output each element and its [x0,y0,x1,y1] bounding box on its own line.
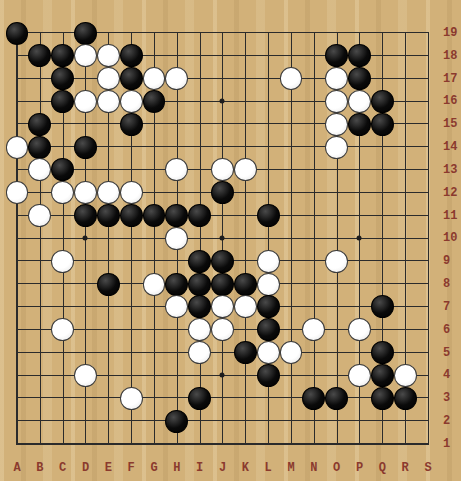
point-S15[interactable] [417,113,440,136]
point-K17[interactable] [234,67,257,90]
point-H19[interactable] [165,22,188,45]
point-O15[interactable] [325,113,348,136]
point-Q19[interactable] [371,22,394,45]
point-O4[interactable] [325,364,348,387]
point-O17[interactable] [325,67,348,90]
point-F16[interactable] [120,90,143,113]
point-I15[interactable] [188,113,211,136]
point-P3[interactable] [348,387,371,410]
point-L13[interactable] [257,159,280,182]
point-I18[interactable] [188,44,211,67]
point-E1[interactable] [97,433,120,456]
point-R15[interactable] [394,113,417,136]
point-D9[interactable] [74,250,97,273]
point-F6[interactable] [120,318,143,341]
point-E6[interactable] [97,318,120,341]
point-C2[interactable] [51,410,74,433]
point-H13[interactable] [165,159,188,182]
point-Q17[interactable] [371,67,394,90]
point-I16[interactable] [188,90,211,113]
point-G3[interactable] [143,387,166,410]
point-M3[interactable] [280,387,303,410]
point-L19[interactable] [257,22,280,45]
point-H10[interactable] [165,227,188,250]
point-K12[interactable] [234,181,257,204]
point-H2[interactable] [165,410,188,433]
point-R19[interactable] [394,22,417,45]
point-M7[interactable] [280,296,303,319]
point-J18[interactable] [211,44,234,67]
point-N16[interactable] [302,90,325,113]
point-E14[interactable] [97,136,120,159]
point-E5[interactable] [97,341,120,364]
point-A11[interactable] [6,204,29,227]
point-F15[interactable] [120,113,143,136]
point-F1[interactable] [120,433,143,456]
point-Q10[interactable] [371,227,394,250]
point-O1[interactable] [325,433,348,456]
point-N13[interactable] [302,159,325,182]
point-H9[interactable] [165,250,188,273]
point-H7[interactable] [165,296,188,319]
point-B13[interactable] [28,159,51,182]
point-A5[interactable] [6,341,29,364]
point-S3[interactable] [417,387,440,410]
point-E18[interactable] [97,44,120,67]
point-P16[interactable] [348,90,371,113]
point-A6[interactable] [6,318,29,341]
point-G14[interactable] [143,136,166,159]
point-N17[interactable] [302,67,325,90]
point-A14[interactable] [6,136,29,159]
point-K18[interactable] [234,44,257,67]
point-A7[interactable] [6,296,29,319]
point-Q6[interactable] [371,318,394,341]
point-C15[interactable] [51,113,74,136]
point-I7[interactable] [188,296,211,319]
point-P11[interactable] [348,204,371,227]
point-S5[interactable] [417,341,440,364]
point-B5[interactable] [28,341,51,364]
point-N10[interactable] [302,227,325,250]
point-S2[interactable] [417,410,440,433]
point-K2[interactable] [234,410,257,433]
point-S17[interactable] [417,67,440,90]
point-D13[interactable] [74,159,97,182]
point-H12[interactable] [165,181,188,204]
point-K13[interactable] [234,159,257,182]
point-R1[interactable] [394,433,417,456]
point-A12[interactable] [6,181,29,204]
point-P15[interactable] [348,113,371,136]
point-I9[interactable] [188,250,211,273]
point-J9[interactable] [211,250,234,273]
point-C12[interactable] [51,181,74,204]
point-L17[interactable] [257,67,280,90]
point-R9[interactable] [394,250,417,273]
point-K4[interactable] [234,364,257,387]
point-C1[interactable] [51,433,74,456]
point-M1[interactable] [280,433,303,456]
point-H14[interactable] [165,136,188,159]
point-J13[interactable] [211,159,234,182]
point-K3[interactable] [234,387,257,410]
point-O5[interactable] [325,341,348,364]
point-M2[interactable] [280,410,303,433]
point-A19[interactable] [6,22,29,45]
point-S12[interactable] [417,181,440,204]
point-D4[interactable] [74,364,97,387]
point-K15[interactable] [234,113,257,136]
point-P5[interactable] [348,341,371,364]
point-F7[interactable] [120,296,143,319]
point-S6[interactable] [417,318,440,341]
point-C18[interactable] [51,44,74,67]
point-C10[interactable] [51,227,74,250]
point-B2[interactable] [28,410,51,433]
point-B3[interactable] [28,387,51,410]
point-G9[interactable] [143,250,166,273]
point-M4[interactable] [280,364,303,387]
point-G18[interactable] [143,44,166,67]
point-Q7[interactable] [371,296,394,319]
point-L9[interactable] [257,250,280,273]
point-O12[interactable] [325,181,348,204]
point-A1[interactable] [6,433,29,456]
point-R18[interactable] [394,44,417,67]
point-F5[interactable] [120,341,143,364]
point-J19[interactable] [211,22,234,45]
point-M14[interactable] [280,136,303,159]
point-D19[interactable] [74,22,97,45]
point-L14[interactable] [257,136,280,159]
point-N6[interactable] [302,318,325,341]
point-P7[interactable] [348,296,371,319]
point-N19[interactable] [302,22,325,45]
point-H3[interactable] [165,387,188,410]
point-F12[interactable] [120,181,143,204]
point-S8[interactable] [417,273,440,296]
point-R11[interactable] [394,204,417,227]
point-K1[interactable] [234,433,257,456]
point-G6[interactable] [143,318,166,341]
point-L4[interactable] [257,364,280,387]
point-C4[interactable] [51,364,74,387]
point-C3[interactable] [51,387,74,410]
point-C8[interactable] [51,273,74,296]
point-E2[interactable] [97,410,120,433]
point-D12[interactable] [74,181,97,204]
point-P2[interactable] [348,410,371,433]
point-S19[interactable] [417,22,440,45]
point-H8[interactable] [165,273,188,296]
point-A8[interactable] [6,273,29,296]
point-D6[interactable] [74,318,97,341]
point-D2[interactable] [74,410,97,433]
point-O13[interactable] [325,159,348,182]
point-F14[interactable] [120,136,143,159]
point-M15[interactable] [280,113,303,136]
point-F8[interactable] [120,273,143,296]
point-O3[interactable] [325,387,348,410]
point-H15[interactable] [165,113,188,136]
point-N11[interactable] [302,204,325,227]
point-A3[interactable] [6,387,29,410]
point-J14[interactable] [211,136,234,159]
point-Q5[interactable] [371,341,394,364]
point-C13[interactable] [51,159,74,182]
point-B12[interactable] [28,181,51,204]
point-O18[interactable] [325,44,348,67]
point-G5[interactable] [143,341,166,364]
point-N3[interactable] [302,387,325,410]
point-S14[interactable] [417,136,440,159]
point-H4[interactable] [165,364,188,387]
point-L6[interactable] [257,318,280,341]
point-M6[interactable] [280,318,303,341]
point-I14[interactable] [188,136,211,159]
point-Q12[interactable] [371,181,394,204]
point-E8[interactable] [97,273,120,296]
point-R12[interactable] [394,181,417,204]
point-L12[interactable] [257,181,280,204]
point-E16[interactable] [97,90,120,113]
point-N14[interactable] [302,136,325,159]
point-C11[interactable] [51,204,74,227]
point-D17[interactable] [74,67,97,90]
point-Q15[interactable] [371,113,394,136]
point-P13[interactable] [348,159,371,182]
point-B1[interactable] [28,433,51,456]
point-F2[interactable] [120,410,143,433]
point-D16[interactable] [74,90,97,113]
point-M11[interactable] [280,204,303,227]
point-Q14[interactable] [371,136,394,159]
point-N15[interactable] [302,113,325,136]
point-H11[interactable] [165,204,188,227]
point-G19[interactable] [143,22,166,45]
point-Q18[interactable] [371,44,394,67]
point-P14[interactable] [348,136,371,159]
point-C16[interactable] [51,90,74,113]
point-P17[interactable] [348,67,371,90]
point-L11[interactable] [257,204,280,227]
point-I5[interactable] [188,341,211,364]
point-L8[interactable] [257,273,280,296]
point-L16[interactable] [257,90,280,113]
point-J3[interactable] [211,387,234,410]
point-J7[interactable] [211,296,234,319]
point-C7[interactable] [51,296,74,319]
point-G16[interactable] [143,90,166,113]
point-A18[interactable] [6,44,29,67]
point-R7[interactable] [394,296,417,319]
point-N1[interactable] [302,433,325,456]
point-O10[interactable] [325,227,348,250]
point-P4[interactable] [348,364,371,387]
point-I1[interactable] [188,433,211,456]
point-M16[interactable] [280,90,303,113]
point-J8[interactable] [211,273,234,296]
point-I8[interactable] [188,273,211,296]
point-I2[interactable] [188,410,211,433]
point-C5[interactable] [51,341,74,364]
point-D11[interactable] [74,204,97,227]
point-O19[interactable] [325,22,348,45]
point-K10[interactable] [234,227,257,250]
point-I19[interactable] [188,22,211,45]
point-N8[interactable] [302,273,325,296]
point-R8[interactable] [394,273,417,296]
point-K7[interactable] [234,296,257,319]
point-N18[interactable] [302,44,325,67]
point-L1[interactable] [257,433,280,456]
point-J12[interactable] [211,181,234,204]
point-R14[interactable] [394,136,417,159]
point-R13[interactable] [394,159,417,182]
point-S13[interactable] [417,159,440,182]
point-B9[interactable] [28,250,51,273]
point-H18[interactable] [165,44,188,67]
point-L18[interactable] [257,44,280,67]
point-D3[interactable] [74,387,97,410]
point-H1[interactable] [165,433,188,456]
point-F19[interactable] [120,22,143,45]
point-N7[interactable] [302,296,325,319]
point-H5[interactable] [165,341,188,364]
point-H17[interactable] [165,67,188,90]
point-F13[interactable] [120,159,143,182]
point-R3[interactable] [394,387,417,410]
point-Q3[interactable] [371,387,394,410]
point-E19[interactable] [97,22,120,45]
point-M5[interactable] [280,341,303,364]
point-D1[interactable] [74,433,97,456]
point-G1[interactable] [143,433,166,456]
point-I13[interactable] [188,159,211,182]
point-I17[interactable] [188,67,211,90]
point-K14[interactable] [234,136,257,159]
point-P8[interactable] [348,273,371,296]
point-C17[interactable] [51,67,74,90]
point-K6[interactable] [234,318,257,341]
point-F4[interactable] [120,364,143,387]
point-M13[interactable] [280,159,303,182]
point-J6[interactable] [211,318,234,341]
point-S18[interactable] [417,44,440,67]
point-P18[interactable] [348,44,371,67]
point-O2[interactable] [325,410,348,433]
point-I12[interactable] [188,181,211,204]
point-S4[interactable] [417,364,440,387]
point-G13[interactable] [143,159,166,182]
point-R17[interactable] [394,67,417,90]
point-O6[interactable] [325,318,348,341]
point-G15[interactable] [143,113,166,136]
point-J16[interactable] [211,90,234,113]
point-D14[interactable] [74,136,97,159]
point-Q9[interactable] [371,250,394,273]
point-L10[interactable] [257,227,280,250]
point-R16[interactable] [394,90,417,113]
point-B7[interactable] [28,296,51,319]
point-C14[interactable] [51,136,74,159]
point-D15[interactable] [74,113,97,136]
point-D5[interactable] [74,341,97,364]
point-G8[interactable] [143,273,166,296]
point-M19[interactable] [280,22,303,45]
point-F10[interactable] [120,227,143,250]
point-E7[interactable] [97,296,120,319]
point-K19[interactable] [234,22,257,45]
point-P1[interactable] [348,433,371,456]
point-B17[interactable] [28,67,51,90]
point-J11[interactable] [211,204,234,227]
point-I3[interactable] [188,387,211,410]
point-B8[interactable] [28,273,51,296]
point-S1[interactable] [417,433,440,456]
point-R5[interactable] [394,341,417,364]
point-C6[interactable] [51,318,74,341]
point-E12[interactable] [97,181,120,204]
point-B10[interactable] [28,227,51,250]
point-Q1[interactable] [371,433,394,456]
point-I10[interactable] [188,227,211,250]
point-K9[interactable] [234,250,257,273]
point-E3[interactable] [97,387,120,410]
point-D18[interactable] [74,44,97,67]
point-S7[interactable] [417,296,440,319]
point-A13[interactable] [6,159,29,182]
point-S16[interactable] [417,90,440,113]
point-I4[interactable] [188,364,211,387]
point-B6[interactable] [28,318,51,341]
point-A10[interactable] [6,227,29,250]
point-J5[interactable] [211,341,234,364]
point-B4[interactable] [28,364,51,387]
point-E13[interactable] [97,159,120,182]
point-S11[interactable] [417,204,440,227]
point-E17[interactable] [97,67,120,90]
point-F17[interactable] [120,67,143,90]
point-O9[interactable] [325,250,348,273]
point-F9[interactable] [120,250,143,273]
point-D7[interactable] [74,296,97,319]
point-D10[interactable] [74,227,97,250]
point-N5[interactable] [302,341,325,364]
point-N9[interactable] [302,250,325,273]
point-L5[interactable] [257,341,280,364]
point-B18[interactable] [28,44,51,67]
point-P19[interactable] [348,22,371,45]
point-M10[interactable] [280,227,303,250]
point-F3[interactable] [120,387,143,410]
point-I6[interactable] [188,318,211,341]
point-G12[interactable] [143,181,166,204]
point-C9[interactable] [51,250,74,273]
point-O11[interactable] [325,204,348,227]
point-E11[interactable] [97,204,120,227]
point-L15[interactable] [257,113,280,136]
point-G7[interactable] [143,296,166,319]
point-P6[interactable] [348,318,371,341]
point-F11[interactable] [120,204,143,227]
point-E9[interactable] [97,250,120,273]
point-G2[interactable] [143,410,166,433]
point-G10[interactable] [143,227,166,250]
point-M9[interactable] [280,250,303,273]
point-P10[interactable] [348,227,371,250]
